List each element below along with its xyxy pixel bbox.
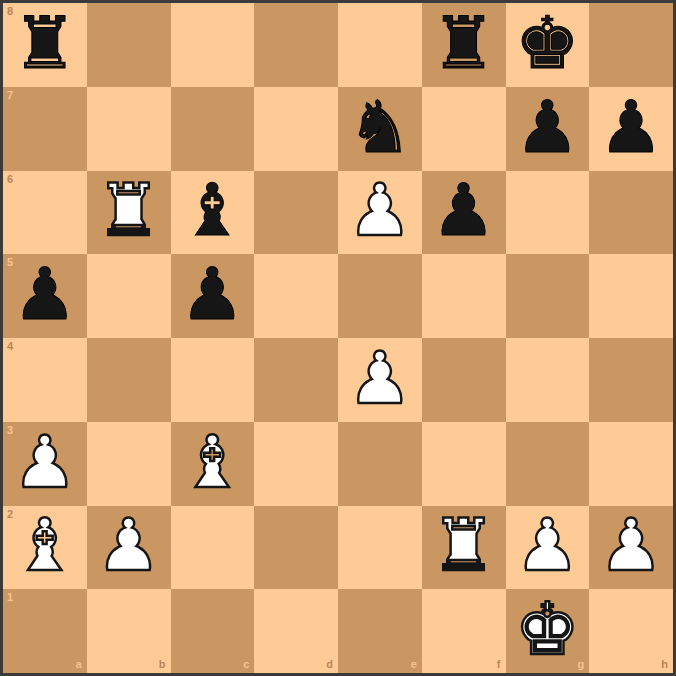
- piece-white-pawn[interactable]: ♟: [348, 342, 413, 414]
- piece-black-rook[interactable]: ♜: [13, 7, 78, 79]
- piece-white-rook[interactable]: ♜: [96, 174, 161, 246]
- piece-black-pawn[interactable]: ♟: [599, 91, 664, 163]
- square-a2[interactable]: 2♝: [3, 506, 87, 590]
- square-d4[interactable]: [254, 338, 338, 422]
- file-label: e: [411, 659, 417, 670]
- square-f6[interactable]: ♟: [422, 171, 506, 255]
- piece-black-rook[interactable]: ♜: [431, 7, 496, 79]
- square-g1[interactable]: g♚: [506, 589, 590, 673]
- square-f2[interactable]: ♜: [422, 506, 506, 590]
- square-a8[interactable]: 8♜: [3, 3, 87, 87]
- square-c5[interactable]: ♟: [171, 254, 255, 338]
- file-label: h: [661, 659, 668, 670]
- square-b7[interactable]: [87, 87, 171, 171]
- square-h1[interactable]: h: [589, 589, 673, 673]
- piece-black-king[interactable]: ♚: [515, 7, 580, 79]
- square-c7[interactable]: [171, 87, 255, 171]
- piece-white-bishop[interactable]: ♝: [13, 509, 78, 581]
- square-d7[interactable]: [254, 87, 338, 171]
- square-d2[interactable]: [254, 506, 338, 590]
- square-c1[interactable]: c: [171, 589, 255, 673]
- square-g4[interactable]: [506, 338, 590, 422]
- square-a7[interactable]: 7: [3, 87, 87, 171]
- rank-label: 4: [7, 341, 13, 352]
- square-f4[interactable]: [422, 338, 506, 422]
- square-f1[interactable]: f: [422, 589, 506, 673]
- square-d8[interactable]: [254, 3, 338, 87]
- square-e2[interactable]: [338, 506, 422, 590]
- piece-white-pawn[interactable]: ♟: [96, 509, 161, 581]
- square-e1[interactable]: e: [338, 589, 422, 673]
- square-b2[interactable]: ♟: [87, 506, 171, 590]
- square-b8[interactable]: [87, 3, 171, 87]
- square-e6[interactable]: ♟: [338, 171, 422, 255]
- piece-black-pawn[interactable]: ♟: [180, 258, 245, 330]
- square-g7[interactable]: ♟: [506, 87, 590, 171]
- square-h3[interactable]: [589, 422, 673, 506]
- square-h5[interactable]: [589, 254, 673, 338]
- square-h6[interactable]: [589, 171, 673, 255]
- square-d5[interactable]: [254, 254, 338, 338]
- square-f5[interactable]: [422, 254, 506, 338]
- piece-black-bishop[interactable]: ♝: [180, 174, 245, 246]
- square-a4[interactable]: 4: [3, 338, 87, 422]
- square-f3[interactable]: [422, 422, 506, 506]
- square-c4[interactable]: [171, 338, 255, 422]
- square-g5[interactable]: [506, 254, 590, 338]
- file-label: f: [497, 659, 501, 670]
- piece-white-pawn[interactable]: ♟: [348, 174, 413, 246]
- square-g3[interactable]: [506, 422, 590, 506]
- square-g2[interactable]: ♟: [506, 506, 590, 590]
- square-a5[interactable]: 5♟: [3, 254, 87, 338]
- piece-white-pawn[interactable]: ♟: [515, 509, 580, 581]
- square-h2[interactable]: ♟: [589, 506, 673, 590]
- square-a3[interactable]: 3♟: [3, 422, 87, 506]
- square-c8[interactable]: [171, 3, 255, 87]
- square-e3[interactable]: [338, 422, 422, 506]
- square-a1[interactable]: 1a: [3, 589, 87, 673]
- square-e8[interactable]: [338, 3, 422, 87]
- square-f7[interactable]: [422, 87, 506, 171]
- square-h4[interactable]: [589, 338, 673, 422]
- square-h8[interactable]: [589, 3, 673, 87]
- piece-white-pawn[interactable]: ♟: [13, 426, 78, 498]
- piece-black-pawn[interactable]: ♟: [515, 91, 580, 163]
- piece-white-bishop[interactable]: ♝: [180, 426, 245, 498]
- square-d3[interactable]: [254, 422, 338, 506]
- file-label: a: [76, 659, 82, 670]
- chess-board: 8♜♜♚7♞♟♟6♜♝♟♟5♟♟4♟3♟♝2♝♟♜♟♟1abcdefg♚h: [0, 0, 676, 676]
- square-b1[interactable]: b: [87, 589, 171, 673]
- square-d6[interactable]: [254, 171, 338, 255]
- square-c3[interactable]: ♝: [171, 422, 255, 506]
- piece-white-rook[interactable]: ♜: [431, 509, 496, 581]
- piece-black-pawn[interactable]: ♟: [431, 174, 496, 246]
- square-c2[interactable]: [171, 506, 255, 590]
- piece-white-pawn[interactable]: ♟: [599, 509, 664, 581]
- file-label: c: [243, 659, 249, 670]
- square-b4[interactable]: [87, 338, 171, 422]
- square-d1[interactable]: d: [254, 589, 338, 673]
- square-b6[interactable]: ♜: [87, 171, 171, 255]
- rank-label: 6: [7, 174, 13, 185]
- piece-black-knight[interactable]: ♞: [348, 91, 413, 163]
- square-f8[interactable]: ♜: [422, 3, 506, 87]
- rank-label: 7: [7, 90, 13, 101]
- square-b5[interactable]: [87, 254, 171, 338]
- square-e7[interactable]: ♞: [338, 87, 422, 171]
- square-b3[interactable]: [87, 422, 171, 506]
- square-c6[interactable]: ♝: [171, 171, 255, 255]
- piece-black-pawn[interactable]: ♟: [13, 258, 78, 330]
- square-g6[interactable]: [506, 171, 590, 255]
- piece-white-king[interactable]: ♚: [515, 593, 580, 665]
- file-label: d: [326, 659, 333, 670]
- rank-label: 1: [7, 592, 13, 603]
- square-a6[interactable]: 6: [3, 171, 87, 255]
- square-g8[interactable]: ♚: [506, 3, 590, 87]
- square-h7[interactable]: ♟: [589, 87, 673, 171]
- square-e5[interactable]: [338, 254, 422, 338]
- square-e4[interactable]: ♟: [338, 338, 422, 422]
- file-label: b: [159, 659, 166, 670]
